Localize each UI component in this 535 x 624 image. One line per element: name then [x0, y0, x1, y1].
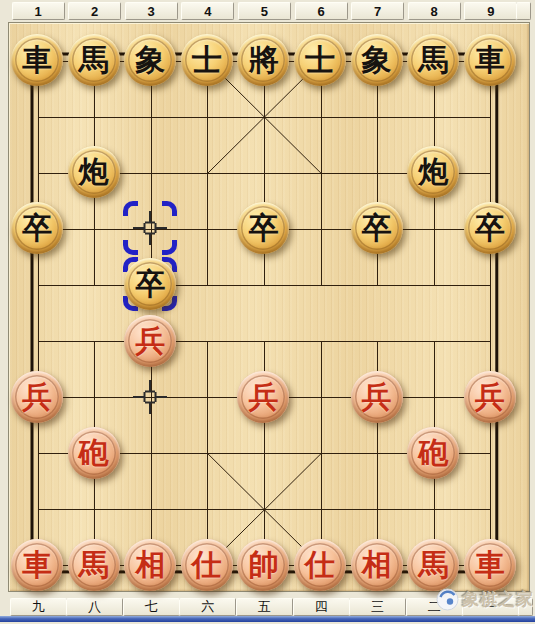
piece-glyph: 卒	[248, 213, 278, 243]
coord-label-top-1: 1	[12, 2, 65, 20]
piece-glyph: 將	[248, 45, 278, 75]
coord-label-bottom-4: 六	[179, 598, 236, 616]
piece-black-horse[interactable]: 馬	[68, 34, 120, 86]
piece-black-soldier[interactable]: 卒	[11, 202, 63, 254]
piece-glyph: 士	[192, 45, 222, 75]
coord-label-bottom-3: 七	[123, 598, 180, 616]
bracket-corner	[123, 201, 138, 216]
piece-glyph: 兵	[22, 382, 52, 412]
piece-black-elephant[interactable]: 象	[124, 34, 176, 86]
coord-label-bottom-2: 八	[66, 598, 123, 616]
xiangqi-home-logo-icon	[436, 588, 459, 611]
piece-red-cannon[interactable]: 砲	[407, 427, 459, 479]
coord-label-top-3: 3	[125, 2, 178, 20]
piece-red-horse[interactable]: 馬	[68, 539, 120, 591]
piece-black-elephant[interactable]: 象	[351, 34, 403, 86]
piece-glyph: 兵	[248, 382, 278, 412]
selection-brackets-last-move-from	[123, 201, 177, 255]
piece-red-general[interactable]: 帥	[237, 539, 289, 591]
bottom-blue-bar	[0, 616, 535, 622]
piece-glyph: 砲	[79, 438, 109, 468]
piece-red-soldier[interactable]: 兵	[464, 371, 516, 423]
xiangqi-app-window: 123456789	[0, 0, 535, 624]
piece-glyph: 卒	[362, 213, 392, 243]
piece-red-advisor[interactable]: 仕	[181, 539, 233, 591]
piece-red-soldier[interactable]: 兵	[237, 371, 289, 423]
piece-glyph: 馬	[418, 550, 448, 580]
piece-black-general[interactable]: 將	[237, 34, 289, 86]
piece-red-soldier[interactable]: 兵	[124, 315, 176, 367]
coord-label-top-2: 2	[68, 2, 121, 20]
piece-glyph: 車	[475, 45, 505, 75]
piece-black-soldier[interactable]: 卒	[464, 202, 516, 254]
coord-label-top-6: 6	[295, 2, 348, 20]
coord-label-top-4: 4	[181, 2, 234, 20]
piece-red-chariot[interactable]: 車	[11, 539, 63, 591]
piece-glyph: 卒	[135, 269, 165, 299]
coord-strip-filler	[516, 2, 531, 20]
piece-glyph: 象	[362, 45, 392, 75]
piece-black-advisor[interactable]: 士	[294, 34, 346, 86]
piece-glyph: 卒	[22, 213, 52, 243]
piece-red-chariot[interactable]: 車	[464, 539, 516, 591]
piece-glyph: 馬	[79, 550, 109, 580]
piece-glyph: 兵	[475, 382, 505, 412]
piece-glyph: 兵	[362, 382, 392, 412]
piece-glyph: 車	[22, 45, 52, 75]
piece-red-elephant[interactable]: 相	[124, 539, 176, 591]
crosshair-marker-red-previous-move-from	[132, 379, 168, 415]
coord-label-bottom-6: 四	[293, 598, 350, 616]
piece-glyph: 帥	[248, 550, 278, 580]
bracket-corner	[123, 240, 138, 255]
piece-glyph: 仕	[305, 550, 335, 580]
piece-glyph: 車	[475, 550, 505, 580]
piece-black-advisor[interactable]: 士	[181, 34, 233, 86]
piece-black-chariot[interactable]: 車	[11, 34, 63, 86]
piece-glyph: 炮	[79, 157, 109, 187]
coord-label-bottom-1: 九	[10, 598, 67, 616]
bracket-corner	[162, 240, 177, 255]
watermark-text: 象棋之家	[462, 588, 534, 611]
coord-label-top-5: 5	[238, 2, 291, 20]
piece-glyph: 馬	[79, 45, 109, 75]
piece-black-cannon[interactable]: 炮	[68, 146, 120, 198]
watermark: 象棋之家	[436, 588, 534, 611]
coord-label-bottom-7: 三	[349, 598, 406, 616]
piece-red-soldier[interactable]: 兵	[351, 371, 403, 423]
piece-black-soldier[interactable]: 卒	[351, 202, 403, 254]
piece-glyph: 馬	[418, 45, 448, 75]
xiangqi-board[interactable]	[8, 22, 530, 592]
piece-black-horse[interactable]: 馬	[407, 34, 459, 86]
piece-glyph: 士	[305, 45, 335, 75]
board-grid	[9, 23, 531, 593]
piece-black-chariot[interactable]: 車	[464, 34, 516, 86]
piece-glyph: 卒	[475, 213, 505, 243]
piece-glyph: 相	[135, 550, 165, 580]
piece-glyph: 炮	[418, 157, 448, 187]
bracket-corner	[162, 201, 177, 216]
piece-glyph: 砲	[418, 438, 448, 468]
coord-label-bottom-5: 五	[236, 598, 293, 616]
piece-glyph: 象	[135, 45, 165, 75]
piece-glyph: 相	[362, 550, 392, 580]
piece-red-soldier[interactable]: 兵	[11, 371, 63, 423]
piece-red-advisor[interactable]: 仕	[294, 539, 346, 591]
coord-label-top-7: 7	[351, 2, 404, 20]
piece-glyph: 兵	[135, 326, 165, 356]
coord-label-top-9: 9	[464, 2, 517, 20]
piece-red-horse[interactable]: 馬	[407, 539, 459, 591]
piece-glyph: 車	[22, 550, 52, 580]
piece-red-elephant[interactable]: 相	[351, 539, 403, 591]
coord-label-top-8: 8	[408, 2, 461, 20]
piece-glyph: 仕	[192, 550, 222, 580]
piece-red-cannon[interactable]: 砲	[68, 427, 120, 479]
piece-black-cannon[interactable]: 炮	[407, 146, 459, 198]
